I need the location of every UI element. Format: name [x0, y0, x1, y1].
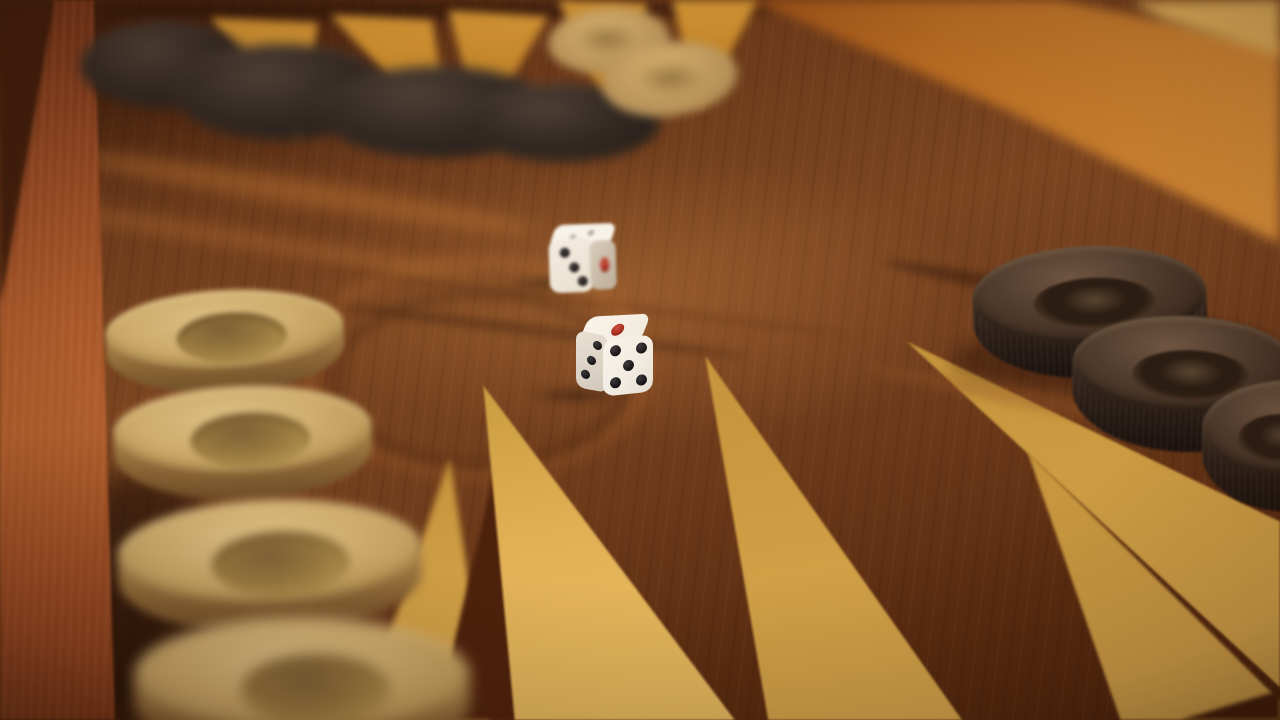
vignette-overlay [0, 0, 1280, 720]
backgammon-photo [0, 0, 1280, 720]
